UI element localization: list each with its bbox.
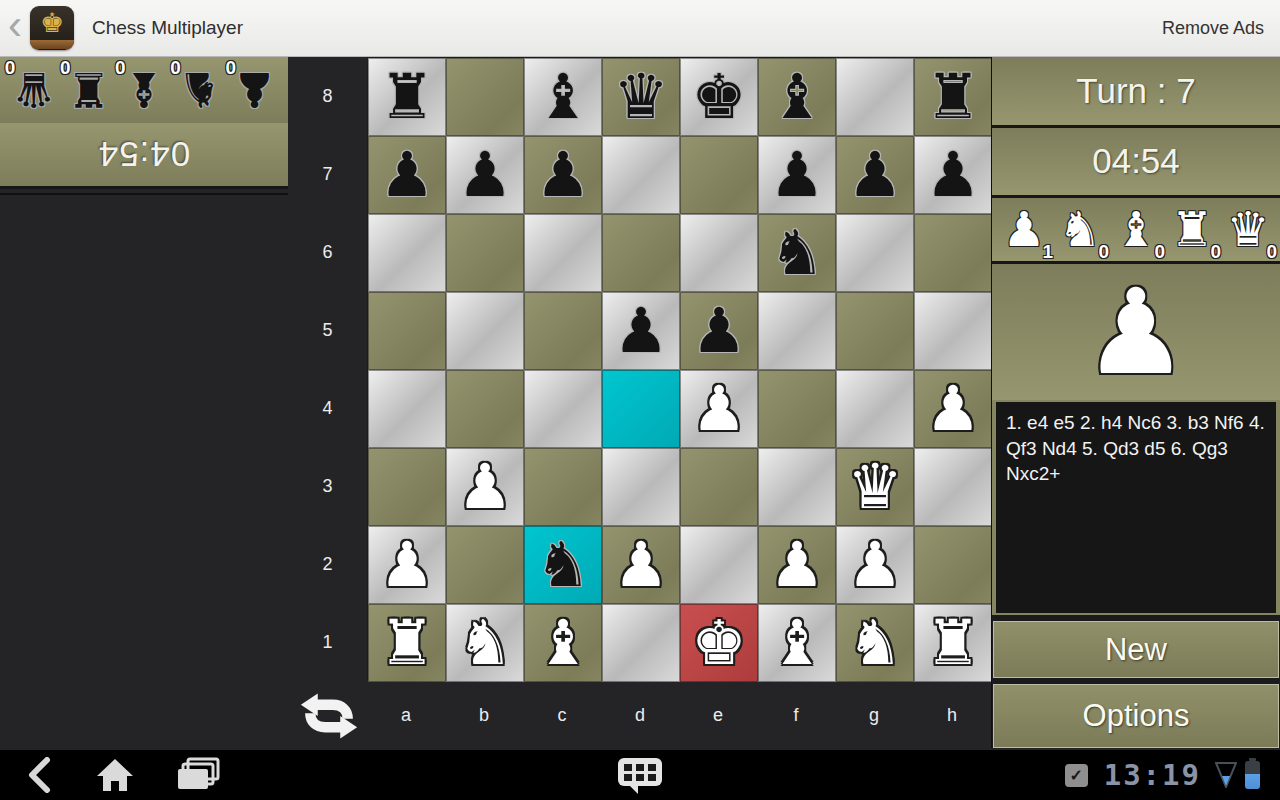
captured-cell-p: ♟1 — [998, 199, 1050, 259]
square-a5[interactable] — [368, 292, 446, 370]
white-r-piece: ♜ — [1170, 200, 1213, 258]
system-bar: ✓ 13:19 — [0, 750, 1280, 800]
nav-home-icon[interactable] — [96, 757, 134, 793]
square-h7[interactable]: ♟ — [914, 136, 992, 214]
square-e4[interactable]: ♟ — [680, 370, 758, 448]
black-p-piece: ♟ — [691, 293, 747, 369]
file-label-h: h — [913, 681, 991, 749]
square-c6[interactable] — [524, 214, 602, 292]
square-g8[interactable] — [836, 58, 914, 136]
square-b8[interactable] — [446, 58, 524, 136]
notification-icon[interactable]: ✓ — [1065, 764, 1088, 787]
square-g7[interactable]: ♟ — [836, 136, 914, 214]
white-p-piece: ♟ — [691, 371, 747, 447]
flip-board-button[interactable] — [298, 686, 360, 746]
square-g6[interactable] — [836, 214, 914, 292]
battery-icon — [1245, 761, 1260, 789]
black-p-piece: ♟ — [847, 137, 903, 213]
square-a3[interactable] — [368, 448, 446, 526]
player-captured-tray: ♟1♞0♝0♜0♛0 — [992, 198, 1280, 262]
square-h3[interactable] — [914, 448, 992, 526]
black-b-piece: ♝ — [769, 59, 825, 135]
square-f3[interactable] — [758, 448, 836, 526]
square-e6[interactable] — [680, 214, 758, 292]
square-f5[interactable] — [758, 292, 836, 370]
square-a4[interactable] — [368, 370, 446, 448]
square-h8[interactable]: ♜ — [914, 58, 992, 136]
captured-cell-n: ♞0 — [1054, 199, 1106, 259]
square-g5[interactable] — [836, 292, 914, 370]
captured-count: 0 — [225, 56, 236, 78]
square-b5[interactable] — [446, 292, 524, 370]
square-f4[interactable] — [758, 370, 836, 448]
captured-cell-b: ♝0 — [1110, 199, 1162, 259]
black-q-piece: ♛ — [613, 59, 669, 135]
white-b-piece: ♝ — [535, 605, 591, 681]
file-label-b: b — [445, 681, 523, 749]
file-label-d: d — [601, 681, 679, 749]
captured-count: 0 — [115, 56, 126, 78]
white-p-piece: ♟ — [379, 527, 435, 603]
white-n-piece: ♞ — [457, 605, 513, 681]
white-p-piece: ♟ — [457, 449, 513, 525]
captured-count: 0 — [1098, 241, 1109, 263]
file-label-g: g — [835, 681, 913, 749]
white-b-piece: ♝ — [1114, 200, 1157, 258]
black-p-piece: ♟ — [769, 137, 825, 213]
square-a2[interactable]: ♟ — [368, 526, 446, 604]
square-h6[interactable] — [914, 214, 992, 292]
square-e5[interactable]: ♟ — [680, 292, 758, 370]
square-d7[interactable] — [602, 136, 680, 214]
captured-count: 1 — [1042, 241, 1053, 263]
app-header: ‹ ♚ Chess Multiplayer Remove Ads — [0, 0, 1280, 57]
rank-label-3: 3 — [288, 447, 367, 525]
black-r-piece: ♜ — [379, 59, 435, 135]
square-h2[interactable] — [914, 526, 992, 604]
square-g4[interactable] — [836, 370, 914, 448]
options-button[interactable]: Options — [993, 684, 1279, 748]
square-b7[interactable]: ♟ — [446, 136, 524, 214]
captured-cell-b: ♝0 — [118, 60, 170, 120]
black-p-piece: ♟ — [535, 137, 591, 213]
black-r-piece: ♜ — [925, 59, 981, 135]
square-g3[interactable]: ♛ — [836, 448, 914, 526]
square-c5[interactable] — [524, 292, 602, 370]
rank-label-6: 6 — [288, 213, 367, 291]
turn-indicator: Turn : 7 — [992, 57, 1280, 125]
square-e3[interactable] — [680, 448, 758, 526]
square-f2[interactable]: ♟ — [758, 526, 836, 604]
status-cluster: ✓ 13:19 — [1065, 750, 1264, 800]
file-label-f: f — [757, 681, 835, 749]
square-g1[interactable]: ♞ — [836, 604, 914, 682]
square-f1[interactable]: ♝ — [758, 604, 836, 682]
square-e7[interactable] — [680, 136, 758, 214]
square-b2[interactable] — [446, 526, 524, 604]
flip-board-icon — [298, 686, 360, 746]
rank-label-1: 1 — [288, 603, 367, 681]
square-h4[interactable]: ♟ — [914, 370, 992, 448]
square-h5[interactable] — [914, 292, 992, 370]
captured-cell-r: ♜0 — [1166, 199, 1218, 259]
white-r-piece: ♜ — [925, 605, 981, 681]
player-clock: 04:54 — [992, 128, 1280, 195]
white-p-piece: ♟ — [1002, 200, 1045, 258]
square-b3[interactable]: ♟ — [446, 448, 524, 526]
square-d5[interactable]: ♟ — [602, 292, 680, 370]
captured-pawn-icon: ♟ — [1083, 266, 1189, 398]
white-p-piece: ♟ — [613, 527, 669, 603]
new-game-button[interactable]: New — [993, 621, 1279, 678]
black-n-piece: ♞ — [178, 61, 221, 119]
square-a8[interactable]: ♜ — [368, 58, 446, 136]
opponent-panel: ♟0♞0♝0♜0♛0 04:54 — [0, 57, 288, 195]
crown-icon: ♚ — [40, 6, 64, 40]
system-clock[interactable]: 13:19 — [1104, 758, 1201, 792]
square-a6[interactable] — [368, 214, 446, 292]
square-d2[interactable]: ♟ — [602, 526, 680, 604]
opponent-clock: 04:54 — [0, 123, 288, 189]
nav-back-icon[interactable] — [26, 757, 52, 793]
signal-icon — [1215, 762, 1237, 788]
black-p-piece: ♟ — [613, 293, 669, 369]
rank-label-8: 8 — [288, 57, 367, 135]
move-list[interactable]: 1. e4 e5 2. h4 Nc6 3. b3 Nf6 4. Qf3 Nd4 … — [992, 400, 1280, 615]
square-d8[interactable]: ♛ — [602, 58, 680, 136]
white-r-piece: ♜ — [379, 605, 435, 681]
rank-label-5: 5 — [288, 291, 367, 369]
white-n-piece: ♞ — [847, 605, 903, 681]
black-q-piece: ♛ — [12, 61, 55, 119]
square-c8[interactable]: ♝ — [524, 58, 602, 136]
square-c2[interactable]: ♞ — [524, 526, 602, 604]
white-p-piece: ♟ — [769, 527, 825, 603]
captured-count: 0 — [170, 56, 181, 78]
square-d4[interactable] — [602, 370, 680, 448]
square-d3[interactable] — [602, 448, 680, 526]
captured-count: 0 — [1154, 241, 1165, 263]
square-c1[interactable]: ♝ — [524, 604, 602, 682]
player-panel: Turn : 7 04:54 ♟1♞0♝0♜0♛0 ♟ 1. e4 e5 2. … — [991, 57, 1280, 748]
square-c7[interactable]: ♟ — [524, 136, 602, 214]
black-n-piece: ♞ — [769, 215, 825, 291]
rank-labels: 87654321 — [288, 57, 367, 681]
captured-cell-n: ♞0 — [173, 60, 225, 120]
square-f8[interactable]: ♝ — [758, 58, 836, 136]
square-g2[interactable]: ♟ — [836, 526, 914, 604]
square-f7[interactable]: ♟ — [758, 136, 836, 214]
header-back-icon[interactable]: ‹ — [0, 0, 28, 56]
remove-ads-button[interactable]: Remove Ads — [1162, 0, 1264, 56]
square-h1[interactable]: ♜ — [914, 604, 992, 682]
last-captured-piece-display: ♟ — [992, 264, 1280, 400]
white-q-piece: ♛ — [1226, 200, 1269, 258]
square-f6[interactable]: ♞ — [758, 214, 836, 292]
square-e8[interactable]: ♚ — [680, 58, 758, 136]
white-k-piece: ♚ — [691, 605, 747, 681]
black-r-piece: ♜ — [67, 61, 110, 119]
rank-label-4: 4 — [288, 369, 367, 447]
captured-count: 0 — [1266, 241, 1277, 263]
captured-cell-r: ♜0 — [63, 60, 115, 120]
square-a7[interactable]: ♟ — [368, 136, 446, 214]
square-c3[interactable] — [524, 448, 602, 526]
captured-cell-q: ♛0 — [8, 60, 60, 120]
black-k-piece: ♚ — [691, 59, 747, 135]
square-d1[interactable] — [602, 604, 680, 682]
captured-cell-q: ♛0 — [1222, 199, 1274, 259]
file-labels: abcdefgh — [367, 681, 991, 749]
file-label-e: e — [679, 681, 757, 749]
page-title: Chess Multiplayer — [92, 17, 243, 39]
rank-label-2: 2 — [288, 525, 367, 603]
captured-cell-p: ♟0 — [228, 60, 280, 120]
keyboard-switcher-icon[interactable] — [614, 756, 666, 796]
nav-recent-apps-icon[interactable] — [176, 757, 220, 793]
captured-count: 0 — [60, 56, 71, 78]
black-p-piece: ♟ — [457, 137, 513, 213]
square-b4[interactable] — [446, 370, 524, 448]
square-e1[interactable]: ♚ — [680, 604, 758, 682]
screen: ‹ ♚ Chess Multiplayer Remove Ads ♟0♞0♝0♜… — [0, 0, 1280, 800]
opponent-captured-tray: ♟0♞0♝0♜0♛0 — [0, 57, 288, 123]
file-label-a: a — [367, 681, 445, 749]
black-n-piece: ♞ — [535, 527, 591, 603]
black-p-piece: ♟ — [233, 61, 276, 119]
white-n-piece: ♞ — [1058, 200, 1101, 258]
square-d6[interactable] — [602, 214, 680, 292]
black-b-piece: ♝ — [123, 61, 166, 119]
rank-label-7: 7 — [288, 135, 367, 213]
square-c4[interactable] — [524, 370, 602, 448]
app-icon: ♚ — [30, 6, 74, 50]
white-q-piece: ♛ — [847, 449, 903, 525]
chess-board: ♜♝♛♚♝♜♟♟♟♟♟♟♞♟♟♟♟♟♛♟♞♟♟♟♜♞♝♚♝♞♜ — [367, 57, 991, 681]
black-p-piece: ♟ — [925, 137, 981, 213]
square-b1[interactable]: ♞ — [446, 604, 524, 682]
file-label-c: c — [523, 681, 601, 749]
square-b6[interactable] — [446, 214, 524, 292]
square-e2[interactable] — [680, 526, 758, 604]
square-a1[interactable]: ♜ — [368, 604, 446, 682]
white-p-piece: ♟ — [925, 371, 981, 447]
app-icon-base — [30, 40, 74, 49]
white-b-piece: ♝ — [769, 605, 825, 681]
black-b-piece: ♝ — [535, 59, 591, 135]
captured-count: 0 — [1210, 241, 1221, 263]
white-p-piece: ♟ — [847, 527, 903, 603]
black-p-piece: ♟ — [379, 137, 435, 213]
captured-count: 0 — [5, 56, 16, 78]
